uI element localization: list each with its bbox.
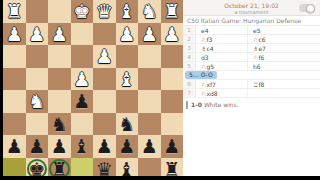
selected-variation-move[interactable]: 5… O-O [185, 71, 217, 79]
white-queen: ♛ [93, 0, 116, 23]
white-pawn: ♟ [26, 23, 49, 46]
panel-toggle-switch[interactable] [299, 4, 315, 12]
square-a2[interactable]: ♟ [161, 23, 184, 46]
move-number: 3 [183, 44, 196, 52]
move-list: 1e4e52♘f3♘c63♗c4♗e74d3♘f65♘g5h65… O-O6♘x… [183, 26, 320, 109]
square-e6[interactable] [71, 113, 94, 136]
white-pawn: ♟ [3, 23, 26, 46]
letterbox-left [0, 0, 3, 180]
black-move[interactable]: ♖f8 [248, 80, 320, 88]
white-move[interactable]: ♘xd8 [196, 89, 248, 97]
square-d1[interactable]: ♛ [93, 0, 116, 23]
square-d7[interactable]: ♟ [93, 135, 116, 158]
square-c7[interactable]: ♟ [116, 135, 139, 158]
square-h6[interactable] [3, 113, 26, 136]
white-pawn: ♟ [138, 23, 161, 46]
toggle-knob [306, 4, 315, 13]
square-b7[interactable]: ♟ [138, 135, 161, 158]
square-a1[interactable]: ♜ [161, 0, 184, 23]
square-b4[interactable] [138, 68, 161, 91]
black-bishop: ♝ [71, 135, 94, 158]
white-pawn: ♟ [71, 68, 94, 91]
square-g7[interactable]: ♟ [26, 135, 49, 158]
square-g3[interactable] [26, 45, 49, 68]
square-f4[interactable] [48, 68, 71, 91]
white-rook: ♜ [3, 0, 26, 23]
white-rook: ♜ [161, 0, 184, 23]
square-e5[interactable]: ♟ [71, 90, 94, 113]
game-result: 1-0 White wins. [186, 101, 320, 109]
square-f1[interactable] [48, 0, 71, 23]
move-row-5: 5♘g5h6 [183, 62, 320, 71]
black-move[interactable]: h6 [248, 62, 320, 70]
move-row-4: 4d3♘f6 [183, 53, 320, 62]
square-c3[interactable] [116, 45, 139, 68]
lichess-analysis-screen: ♜♚♛♝♞♜♟♟♟♟♟♟♟♟♝♞♟♞♞♟♟♟♝♟♟♟♟♚♜♛♝♜ October… [0, 0, 320, 180]
square-d6[interactable] [93, 113, 116, 136]
square-a7[interactable]: ♟ [161, 135, 184, 158]
white-bishop: ♝ [116, 68, 139, 91]
move-row-3: 3♗c4♗e7 [183, 44, 320, 53]
square-h3[interactable] [3, 45, 26, 68]
black-pawn: ♟ [93, 135, 116, 158]
white-knight: ♞ [138, 0, 161, 23]
black-pawn: ♟ [3, 135, 26, 158]
black-move[interactable]: ♗e7 [248, 44, 320, 52]
result-text: White wins. [204, 101, 239, 108]
square-f5[interactable] [48, 90, 71, 113]
black-move [248, 89, 320, 97]
move-row-1: 1e4e5 [183, 26, 320, 35]
square-e3[interactable] [71, 45, 94, 68]
square-b2[interactable]: ♟ [138, 23, 161, 46]
black-pawn: ♟ [138, 135, 161, 158]
square-g6[interactable] [26, 113, 49, 136]
square-c6[interactable]: ♞ [116, 113, 139, 136]
white-pawn: ♟ [161, 23, 184, 46]
black-pawn: ♟ [161, 135, 184, 158]
square-g5[interactable]: ♞ [26, 90, 49, 113]
square-d2[interactable] [93, 23, 116, 46]
move-number: 1 [183, 26, 196, 34]
black-pawn: ♟ [116, 135, 139, 158]
square-d4[interactable] [93, 68, 116, 91]
move-row-2: 2♘f3♘c6 [183, 35, 320, 44]
square-c1[interactable]: ♝ [116, 0, 139, 23]
square-a5[interactable] [161, 90, 184, 113]
square-g4[interactable] [26, 68, 49, 91]
square-a6[interactable] [161, 113, 184, 136]
white-move[interactable]: ♘xf7 [196, 80, 248, 88]
white-king: ♚ [71, 0, 94, 23]
analysis-side-panel: October 21, 19:02 a tournament C50 Itali… [183, 0, 320, 176]
square-e7[interactable]: ♝ [71, 135, 94, 158]
square-f2[interactable]: ♟ [48, 23, 71, 46]
white-move[interactable]: ♘g5 [196, 62, 248, 70]
square-f7[interactable]: ♟ [48, 135, 71, 158]
white-knight: ♞ [26, 90, 49, 113]
white-pawn: ♟ [48, 23, 71, 46]
square-c5[interactable] [116, 90, 139, 113]
letterbox-bottom [0, 176, 320, 180]
result-score: 1-0 [191, 101, 204, 108]
square-h2[interactable]: ♟ [3, 23, 26, 46]
white-move[interactable]: ♘f3 [196, 35, 248, 43]
black-pawn: ♟ [71, 90, 94, 113]
white-pawn: ♟ [116, 23, 139, 46]
white-move[interactable]: e4 [196, 26, 248, 34]
white-move[interactable]: d3 [196, 53, 248, 61]
square-a3[interactable] [161, 45, 184, 68]
black-move[interactable]: ♘f6 [248, 53, 320, 61]
square-b1[interactable]: ♞ [138, 0, 161, 23]
square-f6[interactable]: ♞ [48, 113, 71, 136]
square-e2[interactable] [71, 23, 94, 46]
white-pawn: ♟ [93, 45, 116, 68]
square-c2[interactable]: ♟ [116, 23, 139, 46]
square-e4[interactable]: ♟ [71, 68, 94, 91]
square-b3[interactable] [138, 45, 161, 68]
black-move[interactable]: ♘c6 [248, 35, 320, 43]
move-number: 7 [183, 89, 196, 97]
black-knight: ♞ [116, 113, 139, 136]
move-row-6: 6♘xf7♖f8 [183, 80, 320, 89]
square-h4[interactable] [3, 68, 26, 91]
move-row-7: 7♘xd8 [183, 89, 320, 98]
move-number: 5 [183, 62, 196, 70]
white-bishop: ♝ [116, 0, 139, 23]
square-h5[interactable] [3, 90, 26, 113]
black-pawn: ♟ [48, 135, 71, 158]
square-f3[interactable] [48, 45, 71, 68]
square-g1[interactable] [26, 0, 49, 23]
square-d5[interactable] [93, 90, 116, 113]
move-number: 6 [183, 80, 196, 88]
square-b6[interactable] [138, 113, 161, 136]
black-pawn: ♟ [26, 135, 49, 158]
black-knight: ♞ [48, 113, 71, 136]
variation-line: 5… O-O [183, 71, 320, 80]
chess-board: ♜♚♛♝♞♜♟♟♟♟♟♟♟♟♝♞♟♞♞♟♟♟♝♟♟♟♟♚♜♛♝♜ [3, 0, 183, 180]
move-number: 4 [183, 53, 196, 61]
square-c4[interactable]: ♝ [116, 68, 139, 91]
square-a4[interactable] [161, 68, 184, 91]
square-g2[interactable]: ♟ [26, 23, 49, 46]
square-h1[interactable]: ♜ [3, 0, 26, 23]
game-header: October 21, 19:02 a tournament [183, 0, 320, 16]
white-move[interactable]: ♗c4 [196, 44, 248, 52]
move-number: 2 [183, 35, 196, 43]
black-move[interactable]: e5 [248, 26, 320, 34]
opening-name: C50 Italian Game: Hungarian Defense [183, 16, 320, 26]
square-h7[interactable]: ♟ [3, 135, 26, 158]
square-e1[interactable]: ♚ [71, 0, 94, 23]
square-d3[interactable]: ♟ [93, 45, 116, 68]
square-b5[interactable] [138, 90, 161, 113]
